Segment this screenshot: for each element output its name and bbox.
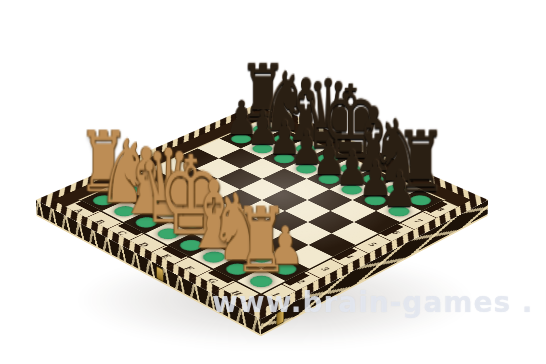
chess-board: ABCDEFGH 87654321 ♜♞♝♛♚♝♞♜♟♟♟♟♟♟♟♟♟♟♟♟♟♟… bbox=[36, 101, 489, 319]
piece-glyph: ♟ bbox=[382, 164, 416, 214]
brass-clasp-front bbox=[156, 266, 163, 283]
scene-3d: ABCDEFGH 87654321 ♜♞♝♛♚♝♞♜♟♟♟♟♟♟♟♟♟♟♟♟♟♟… bbox=[0, 0, 546, 364]
product-photo: ABCDEFGH 87654321 ♜♞♝♛♚♝♞♜♟♟♟♟♟♟♟♟♟♟♟♟♟♟… bbox=[0, 0, 546, 364]
piece-black-pawn-h7: ♟ bbox=[376, 200, 422, 222]
piece-glyph: ♜ bbox=[234, 196, 288, 286]
rank-label-5: 5 bbox=[354, 235, 391, 254]
rank-label-6: 6 bbox=[378, 223, 415, 241]
brass-clasp-right bbox=[276, 309, 284, 326]
